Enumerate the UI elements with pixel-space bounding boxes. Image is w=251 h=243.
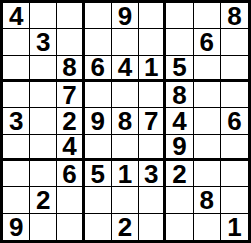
- cell-r9c1-given[interactable]: 9: [3, 214, 30, 240]
- cell-r1c4-empty[interactable]: [85, 3, 112, 29]
- sudoku-board: 4983686415783298746496513228921: [0, 0, 251, 243]
- cell-r1c6-empty[interactable]: [139, 3, 166, 29]
- cell-r1c1-given[interactable]: 4: [3, 3, 30, 29]
- cell-r2c4-empty[interactable]: [85, 29, 112, 55]
- cell-r4c4-empty[interactable]: [85, 82, 112, 108]
- cell-r7c3-given[interactable]: 6: [57, 161, 84, 187]
- cell-r3c9-empty[interactable]: [221, 56, 248, 82]
- cell-r2c7-empty[interactable]: [166, 29, 193, 55]
- cell-r5c8-empty[interactable]: [194, 108, 221, 134]
- cell-r1c8-empty[interactable]: [194, 3, 221, 29]
- cell-r7c7-given[interactable]: 2: [166, 161, 193, 187]
- cell-r8c8-given[interactable]: 8: [194, 187, 221, 213]
- cell-r2c8-given[interactable]: 6: [194, 29, 221, 55]
- cell-r9c5-given[interactable]: 2: [112, 214, 139, 240]
- cell-r4c5-empty[interactable]: [112, 82, 139, 108]
- cell-r3c6-given[interactable]: 1: [139, 56, 166, 82]
- cell-r7c1-empty[interactable]: [3, 161, 30, 187]
- cell-r1c3-empty[interactable]: [57, 3, 84, 29]
- cell-r9c9-given[interactable]: 1: [221, 214, 248, 240]
- cell-r4c7-given[interactable]: 8: [166, 82, 193, 108]
- cell-r3c5-given[interactable]: 4: [112, 56, 139, 82]
- cell-r7c6-given[interactable]: 3: [139, 161, 166, 187]
- cell-r2c6-empty[interactable]: [139, 29, 166, 55]
- cell-r8c4-empty[interactable]: [85, 187, 112, 213]
- cell-r2c3-empty[interactable]: [57, 29, 84, 55]
- cell-r9c8-empty[interactable]: [194, 214, 221, 240]
- cell-r6c1-empty[interactable]: [3, 135, 30, 161]
- cell-r6c2-empty[interactable]: [30, 135, 57, 161]
- cell-r8c6-empty[interactable]: [139, 187, 166, 213]
- cell-r4c2-empty[interactable]: [30, 82, 57, 108]
- cell-r8c9-empty[interactable]: [221, 187, 248, 213]
- cell-r5c4-given[interactable]: 9: [85, 108, 112, 134]
- cell-r5c6-given[interactable]: 7: [139, 108, 166, 134]
- cell-r1c9-given[interactable]: 8: [221, 3, 248, 29]
- cell-r7c5-given[interactable]: 1: [112, 161, 139, 187]
- cell-r8c3-empty[interactable]: [57, 187, 84, 213]
- cell-r2c5-empty[interactable]: [112, 29, 139, 55]
- cell-r7c4-given[interactable]: 5: [85, 161, 112, 187]
- cell-r5c7-given[interactable]: 4: [166, 108, 193, 134]
- cell-r6c5-empty[interactable]: [112, 135, 139, 161]
- cell-r3c4-given[interactable]: 6: [85, 56, 112, 82]
- cell-r4c8-empty[interactable]: [194, 82, 221, 108]
- cell-r3c8-empty[interactable]: [194, 56, 221, 82]
- cell-r8c5-empty[interactable]: [112, 187, 139, 213]
- cell-r9c4-empty[interactable]: [85, 214, 112, 240]
- cell-r9c3-empty[interactable]: [57, 214, 84, 240]
- cell-r9c2-empty[interactable]: [30, 214, 57, 240]
- cell-r4c1-empty[interactable]: [3, 82, 30, 108]
- cell-r6c4-empty[interactable]: [85, 135, 112, 161]
- cell-r5c9-given[interactable]: 6: [221, 108, 248, 134]
- cell-r3c7-given[interactable]: 5: [166, 56, 193, 82]
- cell-r5c3-given[interactable]: 2: [57, 108, 84, 134]
- cell-r6c3-given[interactable]: 4: [57, 135, 84, 161]
- cell-r6c9-empty[interactable]: [221, 135, 248, 161]
- cell-r7c2-empty[interactable]: [30, 161, 57, 187]
- cell-r5c5-given[interactable]: 8: [112, 108, 139, 134]
- cell-r1c7-empty[interactable]: [166, 3, 193, 29]
- cell-r8c7-empty[interactable]: [166, 187, 193, 213]
- cell-r1c2-empty[interactable]: [30, 3, 57, 29]
- cell-r3c2-empty[interactable]: [30, 56, 57, 82]
- cell-r3c3-given[interactable]: 8: [57, 56, 84, 82]
- cell-r4c9-empty[interactable]: [221, 82, 248, 108]
- cell-r8c2-given[interactable]: 2: [30, 187, 57, 213]
- cell-r2c1-empty[interactable]: [3, 29, 30, 55]
- cell-r4c6-empty[interactable]: [139, 82, 166, 108]
- cell-r9c7-empty[interactable]: [166, 214, 193, 240]
- cell-r5c1-given[interactable]: 3: [3, 108, 30, 134]
- cell-r8c1-empty[interactable]: [3, 187, 30, 213]
- cell-r1c5-given[interactable]: 9: [112, 3, 139, 29]
- cell-r7c9-empty[interactable]: [221, 161, 248, 187]
- cell-r6c7-given[interactable]: 9: [166, 135, 193, 161]
- cell-r3c1-empty[interactable]: [3, 56, 30, 82]
- cell-r5c2-empty[interactable]: [30, 108, 57, 134]
- cell-r2c9-empty[interactable]: [221, 29, 248, 55]
- cell-r6c6-empty[interactable]: [139, 135, 166, 161]
- cell-r6c8-empty[interactable]: [194, 135, 221, 161]
- cell-r7c8-empty[interactable]: [194, 161, 221, 187]
- cell-r4c3-given[interactable]: 7: [57, 82, 84, 108]
- cell-r2c2-given[interactable]: 3: [30, 29, 57, 55]
- cell-r9c6-empty[interactable]: [139, 214, 166, 240]
